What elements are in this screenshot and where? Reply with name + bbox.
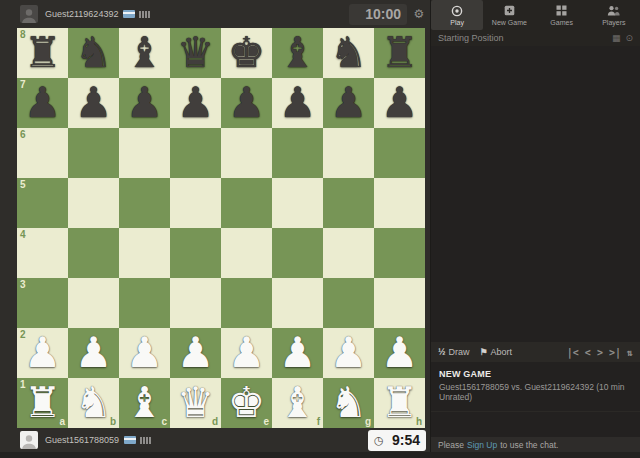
square-h5[interactable] xyxy=(374,178,425,228)
square-b8[interactable]: ♞ xyxy=(68,28,119,78)
square-b7[interactable]: ♟ xyxy=(68,78,119,128)
white-pawn[interactable]: ♟ xyxy=(170,328,221,378)
white-pawn[interactable]: ♟ xyxy=(17,328,68,378)
bottom-player-bar: Guest1561788059 ◷ 9:54 xyxy=(0,428,430,452)
square-e6[interactable] xyxy=(221,128,272,178)
plus-square-icon xyxy=(504,5,515,17)
square-e1[interactable]: e♚ xyxy=(221,378,272,428)
black-pawn[interactable]: ♟ xyxy=(323,78,374,128)
black-knight[interactable]: ♞ xyxy=(323,28,374,78)
square-c3[interactable] xyxy=(119,278,170,328)
white-bishop[interactable]: ♝ xyxy=(119,378,170,428)
square-a5[interactable]: 5 xyxy=(17,178,68,228)
square-g7[interactable]: ♟ xyxy=(323,78,374,128)
white-knight[interactable]: ♞ xyxy=(323,378,374,428)
top-player-flag-icon xyxy=(123,10,135,18)
square-g6[interactable] xyxy=(323,128,374,178)
games-grid-icon xyxy=(556,5,567,17)
square-e4[interactable] xyxy=(221,228,272,278)
chat-area xyxy=(431,411,640,437)
position-subheader: Starting Position ▦ ⊙ xyxy=(431,30,640,46)
square-h8[interactable]: ♜ xyxy=(374,28,425,78)
nav-first-button[interactable]: |< xyxy=(567,347,579,358)
position-title: Starting Position xyxy=(438,33,607,43)
square-a3[interactable]: 3 xyxy=(17,278,68,328)
new-game-title: NEW GAME xyxy=(439,369,632,379)
nav-last-button[interactable]: >| xyxy=(609,347,621,358)
clock-icon: ◷ xyxy=(374,434,384,447)
square-g3[interactable] xyxy=(323,278,374,328)
black-pawn[interactable]: ♟ xyxy=(221,78,272,128)
square-e5[interactable] xyxy=(221,178,272,228)
panel-tabs: Play New Game Games Players xyxy=(431,0,640,30)
rank-label: 3 xyxy=(20,279,26,290)
bottom-player-signal-bars-icon xyxy=(140,437,151,444)
half-point-icon: ½ xyxy=(438,347,446,357)
square-b5[interactable] xyxy=(68,178,119,228)
square-h2[interactable]: ♟ xyxy=(374,328,425,378)
bottom-player-avatar[interactable] xyxy=(20,431,38,449)
white-pawn[interactable]: ♟ xyxy=(221,328,272,378)
side-panel: Play New Game Games Players xyxy=(430,0,640,452)
nav-next-button[interactable]: > xyxy=(597,347,603,358)
black-queen[interactable]: ♛ xyxy=(170,28,221,78)
square-a8[interactable]: 8♜ xyxy=(17,28,68,78)
square-d4[interactable] xyxy=(170,228,221,278)
flip-board-icon[interactable]: ⇅ xyxy=(627,347,633,358)
square-g4[interactable] xyxy=(323,228,374,278)
square-h7[interactable]: ♟ xyxy=(374,78,425,128)
tab-new-game[interactable]: New Game xyxy=(483,0,535,30)
black-bishop[interactable]: ♝ xyxy=(272,28,323,78)
square-f4[interactable] xyxy=(272,228,323,278)
top-player-clock: 10:00 xyxy=(349,4,407,25)
square-b2[interactable]: ♟ xyxy=(68,328,119,378)
chess-app: Guest2119624392 10:00 ⚙ 8♜♞♝♛♚♝♞♜7♟♟♟♟♟♟… xyxy=(0,0,640,452)
white-pawn[interactable]: ♟ xyxy=(374,328,425,378)
players-people-icon xyxy=(607,5,620,17)
sign-up-link[interactable]: Sign Up xyxy=(467,440,497,450)
square-f8[interactable]: ♝ xyxy=(272,28,323,78)
square-d3[interactable] xyxy=(170,278,221,328)
square-g5[interactable] xyxy=(323,178,374,228)
top-player-avatar[interactable] xyxy=(20,5,38,23)
square-h3[interactable] xyxy=(374,278,425,328)
square-a1[interactable]: 1a♜ xyxy=(17,378,68,428)
board-preview-icon[interactable]: ▦ xyxy=(612,33,621,43)
white-pawn[interactable]: ♟ xyxy=(68,328,119,378)
square-c6[interactable] xyxy=(119,128,170,178)
square-d7[interactable]: ♟ xyxy=(170,78,221,128)
chess-board: 8♜♞♝♛♚♝♞♜7♟♟♟♟♟♟♟♟65432♟♟♟♟♟♟♟♟1a♜b♞c♝d♛… xyxy=(17,28,425,428)
square-c8[interactable]: ♝ xyxy=(119,28,170,78)
square-g8[interactable]: ♞ xyxy=(323,28,374,78)
white-rook[interactable]: ♜ xyxy=(374,378,425,428)
rank-label: 5 xyxy=(20,179,26,190)
black-knight[interactable]: ♞ xyxy=(68,28,119,78)
move-list xyxy=(431,46,640,342)
white-pawn[interactable]: ♟ xyxy=(119,328,170,378)
square-c2[interactable]: ♟ xyxy=(119,328,170,378)
square-b6[interactable] xyxy=(68,128,119,178)
white-knight[interactable]: ♞ xyxy=(68,378,119,428)
bottom-player-name[interactable]: Guest1561788059 xyxy=(45,435,119,445)
square-f6[interactable] xyxy=(272,128,323,178)
board-column: Guest2119624392 10:00 ⚙ 8♜♞♝♛♚♝♞♜7♟♟♟♟♟♟… xyxy=(0,0,430,452)
square-h6[interactable] xyxy=(374,128,425,178)
new-game-banner: NEW GAME Guest1561788059 vs. Guest211962… xyxy=(431,362,640,411)
square-b4[interactable] xyxy=(68,228,119,278)
square-b3[interactable] xyxy=(68,278,119,328)
white-bishop[interactable]: ♝ xyxy=(272,378,323,428)
square-a4[interactable]: 4 xyxy=(17,228,68,278)
square-d6[interactable] xyxy=(170,128,221,178)
black-pawn[interactable]: ♟ xyxy=(68,78,119,128)
draw-button[interactable]: ½ Draw xyxy=(438,347,470,357)
rank-label: 4 xyxy=(20,229,26,240)
white-pawn[interactable]: ♟ xyxy=(323,328,374,378)
bottom-player-clock: ◷ 9:54 xyxy=(368,430,426,451)
white-queen[interactable]: ♛ xyxy=(170,378,221,428)
black-pawn[interactable]: ♟ xyxy=(119,78,170,128)
white-pawn[interactable]: ♟ xyxy=(272,328,323,378)
black-pawn[interactable]: ♟ xyxy=(374,78,425,128)
square-b1[interactable]: b♞ xyxy=(68,378,119,428)
play-target-icon xyxy=(451,5,463,17)
square-g2[interactable]: ♟ xyxy=(323,328,374,378)
square-h4[interactable] xyxy=(374,228,425,278)
square-f3[interactable] xyxy=(272,278,323,328)
white-rook[interactable]: ♜ xyxy=(17,378,68,428)
black-pawn[interactable]: ♟ xyxy=(17,78,68,128)
black-bishop[interactable]: ♝ xyxy=(119,28,170,78)
game-controls: ½ Draw ⚑ Abort |< < > >| ⇅ xyxy=(431,342,640,362)
white-king[interactable]: ♚ xyxy=(221,378,272,428)
square-c4[interactable] xyxy=(119,228,170,278)
square-e2[interactable]: ♟ xyxy=(221,328,272,378)
square-f7[interactable]: ♟ xyxy=(272,78,323,128)
bottom-player-flag-icon xyxy=(124,436,136,444)
top-player-bar: Guest2119624392 10:00 ⚙ xyxy=(0,0,430,28)
square-c1[interactable]: c♝ xyxy=(119,378,170,428)
square-d5[interactable] xyxy=(170,178,221,228)
square-d8[interactable]: ♛ xyxy=(170,28,221,78)
black-pawn[interactable]: ♟ xyxy=(272,78,323,128)
square-f1[interactable]: f♝ xyxy=(272,378,323,428)
rank-label: 6 xyxy=(20,129,26,140)
tab-players[interactable]: Players xyxy=(588,0,640,30)
top-player-name[interactable]: Guest2119624392 xyxy=(45,9,118,19)
square-g1[interactable]: g♞ xyxy=(323,378,374,428)
square-f2[interactable]: ♟ xyxy=(272,328,323,378)
black-king[interactable]: ♚ xyxy=(221,28,272,78)
download-icon[interactable]: ⊙ xyxy=(625,33,633,43)
square-a6[interactable]: 6 xyxy=(17,128,68,178)
nav-prev-button[interactable]: < xyxy=(585,347,591,358)
square-a7[interactable]: 7♟ xyxy=(17,78,68,128)
square-h1[interactable]: h♜ xyxy=(374,378,425,428)
tab-games[interactable]: Games xyxy=(536,0,588,30)
abort-button[interactable]: ⚑ Abort xyxy=(480,347,513,357)
square-f5[interactable] xyxy=(272,178,323,228)
top-player-signal-bars-icon xyxy=(139,11,150,18)
square-e3[interactable] xyxy=(221,278,272,328)
square-a2[interactable]: 2♟ xyxy=(17,328,68,378)
new-game-description: Guest1561788059 vs. Guest2119624392 (10 … xyxy=(439,382,632,402)
flag-icon: ⚑ xyxy=(480,347,488,357)
chat-signup-bar: Please Sign Up to use the chat. xyxy=(431,437,640,452)
tab-play[interactable]: Play xyxy=(431,0,483,30)
square-d1[interactable]: d♛ xyxy=(170,378,221,428)
page-bottom-strip xyxy=(0,452,640,458)
square-e7[interactable]: ♟ xyxy=(221,78,272,128)
black-pawn[interactable]: ♟ xyxy=(170,78,221,128)
square-e8[interactable]: ♚ xyxy=(221,28,272,78)
square-c7[interactable]: ♟ xyxy=(119,78,170,128)
board-settings-gear-icon[interactable]: ⚙ xyxy=(412,7,426,21)
square-c5[interactable] xyxy=(119,178,170,228)
black-rook[interactable]: ♜ xyxy=(17,28,68,78)
black-rook[interactable]: ♜ xyxy=(374,28,425,78)
square-d2[interactable]: ♟ xyxy=(170,328,221,378)
